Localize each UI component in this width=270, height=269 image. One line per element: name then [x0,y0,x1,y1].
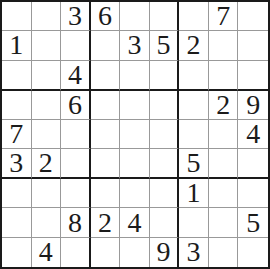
cell-r9c8-empty[interactable] [209,238,239,267]
cell-r7c6-empty[interactable] [150,179,180,208]
cell-r5c1-given: 7 [2,120,32,149]
cell-r1c7-empty[interactable] [179,2,209,31]
cell-r2c8-empty[interactable] [209,31,239,60]
cell-r8c5-given: 4 [120,208,150,237]
cell-r2c2-empty[interactable] [32,31,62,60]
cell-r8c9-given: 5 [238,208,268,237]
cell-r9c1-empty[interactable] [2,238,32,267]
cell-r8c3-given: 8 [61,208,91,237]
cell-r3c3-given: 4 [61,61,91,91]
cell-r3c5-empty[interactable] [120,61,150,91]
cell-r1c4-given: 6 [91,2,121,31]
cell-r8c1-empty[interactable] [2,208,32,237]
cell-r2c4-empty[interactable] [91,31,121,60]
cell-r6c6-empty[interactable] [150,149,180,179]
cell-r4c4-empty[interactable] [91,91,121,120]
cell-r1c8-given: 7 [209,2,239,31]
cell-r3c4-empty[interactable] [91,61,121,91]
cell-r8c6-empty[interactable] [150,208,180,237]
cell-r9c5-empty[interactable] [120,238,150,267]
cell-r5c8-empty[interactable] [209,120,239,149]
cell-r4c3-given: 6 [61,91,91,120]
cell-r9c3-empty[interactable] [61,238,91,267]
cell-r6c9-empty[interactable] [238,149,268,179]
cell-r6c5-empty[interactable] [120,149,150,179]
cell-r6c4-empty[interactable] [91,149,121,179]
cell-r7c1-empty[interactable] [2,179,32,208]
cell-r2c7-given: 2 [179,31,209,60]
cell-r9c4-empty[interactable] [91,238,121,267]
cell-r3c1-empty[interactable] [2,61,32,91]
cell-r1c1-empty[interactable] [2,2,32,31]
cell-r7c8-empty[interactable] [209,179,239,208]
cell-r5c9-given: 4 [238,120,268,149]
cell-r4c2-empty[interactable] [32,91,62,120]
cell-r6c2-given: 2 [32,149,62,179]
cell-r4c8-given: 2 [209,91,239,120]
sudoku-board: 367135246297432518245493 [0,0,270,269]
cell-r9c2-given: 4 [32,238,62,267]
cell-r7c7-given: 1 [179,179,209,208]
cell-r9c9-empty[interactable] [238,238,268,267]
cell-r3c9-empty[interactable] [238,61,268,91]
cell-r2c5-given: 3 [120,31,150,60]
cell-r7c5-empty[interactable] [120,179,150,208]
cell-r1c2-empty[interactable] [32,2,62,31]
cell-r1c9-empty[interactable] [238,2,268,31]
cell-r5c5-empty[interactable] [120,120,150,149]
cell-r8c7-empty[interactable] [179,208,209,237]
cell-r7c9-empty[interactable] [238,179,268,208]
cell-r6c7-given: 5 [179,149,209,179]
cell-r5c4-empty[interactable] [91,120,121,149]
cell-r9c7-given: 3 [179,238,209,267]
cell-r1c6-empty[interactable] [150,2,180,31]
cell-r2c1-given: 1 [2,31,32,60]
cell-r2c9-empty[interactable] [238,31,268,60]
cell-r3c2-empty[interactable] [32,61,62,91]
cell-r4c5-empty[interactable] [120,91,150,120]
cell-r5c3-empty[interactable] [61,120,91,149]
cell-r1c5-empty[interactable] [120,2,150,31]
cell-r4c7-empty[interactable] [179,91,209,120]
cell-r9c6-given: 9 [150,238,180,267]
cell-r7c4-empty[interactable] [91,179,121,208]
cell-r2c6-given: 5 [150,31,180,60]
cell-r4c1-empty[interactable] [2,91,32,120]
cell-r3c6-empty[interactable] [150,61,180,91]
cell-r5c2-empty[interactable] [32,120,62,149]
cell-r4c6-empty[interactable] [150,91,180,120]
cell-r1c3-given: 3 [61,2,91,31]
cell-r7c3-empty[interactable] [61,179,91,208]
cell-r6c1-given: 3 [2,149,32,179]
cell-r7c2-empty[interactable] [32,179,62,208]
cell-r8c4-given: 2 [91,208,121,237]
cell-r8c2-empty[interactable] [32,208,62,237]
cell-r3c8-empty[interactable] [209,61,239,91]
cell-r5c7-empty[interactable] [179,120,209,149]
cell-r2c3-empty[interactable] [61,31,91,60]
cell-r3c7-empty[interactable] [179,61,209,91]
cell-r6c8-empty[interactable] [209,149,239,179]
cell-r4c9-given: 9 [238,91,268,120]
cell-r8c8-empty[interactable] [209,208,239,237]
cell-r5c6-empty[interactable] [150,120,180,149]
cell-r6c3-empty[interactable] [61,149,91,179]
